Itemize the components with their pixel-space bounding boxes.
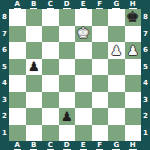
rank-labels-left: 87654321 (0, 9, 9, 141)
square-d7[interactable] (59, 26, 76, 43)
file-label-h: H (125, 0, 142, 9)
chess-board: ♚♚♟♟♟♟ (9, 9, 141, 141)
rank-label-7: 7 (0, 26, 9, 43)
square-b6[interactable] (26, 42, 43, 59)
square-d8[interactable] (59, 9, 76, 26)
black-king-icon[interactable]: ♚ (126, 10, 139, 25)
square-f6[interactable] (92, 42, 109, 59)
file-label-f: F (92, 0, 109, 9)
square-h6[interactable]: ♟ (125, 42, 142, 59)
border-corner-top-left (0, 0, 9, 9)
square-d3[interactable] (59, 92, 76, 109)
square-f8[interactable] (92, 9, 109, 26)
square-g1[interactable] (108, 125, 125, 142)
square-e8[interactable] (75, 9, 92, 26)
rank-label-6: 6 (0, 42, 9, 59)
rank-label-3: 3 (0, 92, 9, 109)
square-d6[interactable] (59, 42, 76, 59)
square-d5[interactable] (59, 59, 76, 76)
square-c4[interactable] (42, 75, 59, 92)
file-letter: H (129, 141, 137, 150)
square-f7[interactable] (92, 26, 109, 43)
square-c1[interactable] (42, 125, 59, 142)
file-label-c: C (42, 0, 59, 9)
rank-label-1: 1 (0, 125, 9, 142)
square-a3[interactable] (9, 92, 26, 109)
square-h8[interactable]: ♚ (125, 9, 142, 26)
border-corner-top-right (141, 0, 150, 9)
border-corner-bottom-right (141, 141, 150, 150)
file-label-b: B (26, 141, 43, 150)
file-letter: A (14, 0, 21, 9)
square-c7[interactable] (42, 26, 59, 43)
square-b4[interactable] (26, 75, 43, 92)
square-d4[interactable] (59, 75, 76, 92)
rank-label-8: 8 (0, 9, 9, 26)
square-b7[interactable] (26, 26, 43, 43)
square-a2[interactable] (9, 108, 26, 125)
file-label-a: A (9, 141, 26, 150)
square-e3[interactable] (75, 92, 92, 109)
file-label-d: D (59, 0, 76, 9)
file-labels-bottom: ABCDEFGH (9, 141, 141, 150)
square-h5[interactable] (125, 59, 142, 76)
rank-label-7: 7 (141, 26, 150, 43)
square-e2[interactable] (75, 108, 92, 125)
square-e6[interactable] (75, 42, 92, 59)
square-a4[interactable] (9, 75, 26, 92)
square-d1[interactable] (59, 125, 76, 142)
square-h4[interactable] (125, 75, 142, 92)
square-a5[interactable] (9, 59, 26, 76)
rank-label-4: 4 (141, 75, 150, 92)
black-pawn-icon[interactable]: ♟ (61, 110, 73, 123)
square-f1[interactable] (92, 125, 109, 142)
file-letter: A (14, 141, 21, 150)
file-letter: G (112, 0, 120, 9)
rank-label-6: 6 (141, 42, 150, 59)
square-g7[interactable] (108, 26, 125, 43)
square-f4[interactable] (92, 75, 109, 92)
square-f2[interactable] (92, 108, 109, 125)
file-letter: E (80, 0, 87, 9)
square-c3[interactable] (42, 92, 59, 109)
rank-label-5: 5 (141, 59, 150, 76)
chess-diagram: ABCDEFGH 87654321 ♚♚♟♟♟♟ 87654321 ABCDEF… (0, 0, 150, 150)
file-letter: D (63, 141, 71, 150)
rank-label-5: 5 (0, 59, 9, 76)
rank-label-2: 2 (141, 108, 150, 125)
rank-label-1: 1 (141, 125, 150, 142)
rank-label-3: 3 (141, 92, 150, 109)
file-letter: F (96, 141, 103, 150)
file-letter: C (47, 0, 54, 9)
square-f3[interactable] (92, 92, 109, 109)
file-label-h: H (125, 141, 142, 150)
file-label-c: C (42, 141, 59, 150)
square-h1[interactable] (125, 125, 142, 142)
square-a8[interactable] (9, 9, 26, 26)
file-label-g: G (108, 141, 125, 150)
rank-label-2: 2 (0, 108, 9, 125)
file-letter: F (96, 0, 103, 9)
square-e7[interactable]: ♚ (75, 26, 92, 43)
square-e5[interactable] (75, 59, 92, 76)
file-label-b: B (26, 0, 43, 9)
square-a1[interactable] (9, 125, 26, 142)
rank-label-4: 4 (0, 75, 9, 92)
square-c2[interactable] (42, 108, 59, 125)
square-h2[interactable] (125, 108, 142, 125)
file-letter: C (47, 141, 54, 150)
square-c5[interactable] (42, 59, 59, 76)
file-letter: D (63, 0, 71, 9)
file-letter: B (30, 141, 37, 150)
square-c8[interactable] (42, 9, 59, 26)
square-c6[interactable] (42, 42, 59, 59)
square-b5[interactable]: ♟ (26, 59, 43, 76)
square-e1[interactable] (75, 125, 92, 142)
file-label-a: A (9, 0, 26, 9)
square-g5[interactable] (108, 59, 125, 76)
file-labels-top: ABCDEFGH (9, 0, 141, 9)
file-letter: H (129, 0, 137, 9)
square-g6[interactable]: ♟ (108, 42, 125, 59)
rank-labels-right: 87654321 (141, 9, 150, 141)
square-a6[interactable] (9, 42, 26, 59)
file-label-d: D (59, 141, 76, 150)
square-b8[interactable] (26, 9, 43, 26)
white-pawn-icon[interactable]: ♟ (110, 44, 122, 57)
square-b3[interactable] (26, 92, 43, 109)
file-label-e: E (75, 141, 92, 150)
square-b2[interactable] (26, 108, 43, 125)
square-h3[interactable] (125, 92, 142, 109)
square-d2[interactable]: ♟ (59, 108, 76, 125)
black-pawn-icon[interactable]: ♟ (28, 60, 40, 73)
file-letter: B (30, 0, 37, 9)
square-b1[interactable] (26, 125, 43, 142)
square-f5[interactable] (92, 59, 109, 76)
square-g3[interactable] (108, 92, 125, 109)
square-g4[interactable] (108, 75, 125, 92)
white-pawn-icon[interactable]: ♟ (127, 44, 139, 57)
square-e4[interactable] (75, 75, 92, 92)
file-letter: G (112, 141, 120, 150)
square-h7[interactable] (125, 26, 142, 43)
file-label-g: G (108, 0, 125, 9)
file-label-e: E (75, 0, 92, 9)
square-g2[interactable] (108, 108, 125, 125)
white-king-icon[interactable]: ♚ (77, 26, 90, 41)
square-g8[interactable] (108, 9, 125, 26)
file-letter: E (80, 141, 87, 150)
file-label-f: F (92, 141, 109, 150)
square-a7[interactable] (9, 26, 26, 43)
border-corner-bottom-left (0, 141, 9, 150)
rank-label-8: 8 (141, 9, 150, 26)
